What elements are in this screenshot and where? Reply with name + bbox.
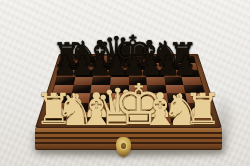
square-e1 <box>129 112 150 122</box>
square-a3 <box>50 93 72 102</box>
square-e2 <box>129 102 149 112</box>
square-a2 <box>47 102 70 112</box>
square-b2 <box>67 102 89 112</box>
board-frame <box>35 54 222 128</box>
square-g3 <box>167 93 188 102</box>
square-f1 <box>149 112 171 122</box>
photo-background: ♜♞♝♛♚♝♞♜♟♟♟♟♟♟♟♟♟♟♟♟♟♟♟♟♜♞♝♛♚♝♞♜ <box>0 0 250 166</box>
square-c1 <box>86 112 108 122</box>
square-f6 <box>146 70 164 77</box>
square-g6 <box>163 70 182 77</box>
square-b6 <box>75 70 94 77</box>
square-h2 <box>188 102 211 112</box>
square-h1 <box>190 112 214 122</box>
square-c6 <box>93 70 111 77</box>
square-f5 <box>146 77 165 85</box>
square-g4 <box>165 85 185 93</box>
square-e4 <box>129 85 148 93</box>
square-b5 <box>73 77 93 85</box>
square-d1 <box>107 112 128 122</box>
square-e7 <box>129 63 146 70</box>
square-a6 <box>57 70 76 77</box>
square-d6 <box>111 70 129 77</box>
square-f2 <box>148 102 169 112</box>
square-f4 <box>147 85 167 93</box>
square-d4 <box>109 85 128 93</box>
square-b1 <box>65 112 88 122</box>
square-c5 <box>92 77 111 85</box>
square-h6 <box>180 70 199 77</box>
square-c3 <box>89 93 109 102</box>
square-d5 <box>110 77 128 85</box>
square-d3 <box>109 93 129 102</box>
square-b7 <box>77 63 95 70</box>
square-c7 <box>94 63 112 70</box>
square-h7 <box>179 63 198 70</box>
brass-clasp-ring <box>120 142 127 150</box>
square-d2 <box>108 102 128 112</box>
square-f7 <box>145 63 163 70</box>
square-a7 <box>60 63 79 70</box>
square-h5 <box>182 77 202 85</box>
square-h3 <box>186 93 208 102</box>
square-b3 <box>69 93 90 102</box>
chess-board <box>44 56 214 122</box>
square-e5 <box>129 77 147 85</box>
square-a5 <box>55 77 75 85</box>
square-c2 <box>88 102 109 112</box>
square-f3 <box>148 93 168 102</box>
square-b4 <box>71 85 91 93</box>
square-h4 <box>184 85 205 93</box>
square-g7 <box>162 63 180 70</box>
square-e3 <box>129 93 149 102</box>
square-g2 <box>168 102 190 112</box>
square-e6 <box>129 70 147 77</box>
square-g5 <box>164 77 184 85</box>
square-d7 <box>111 63 128 70</box>
square-a1 <box>44 112 68 122</box>
square-a4 <box>52 85 73 93</box>
square-c4 <box>90 85 110 93</box>
square-g1 <box>169 112 192 122</box>
